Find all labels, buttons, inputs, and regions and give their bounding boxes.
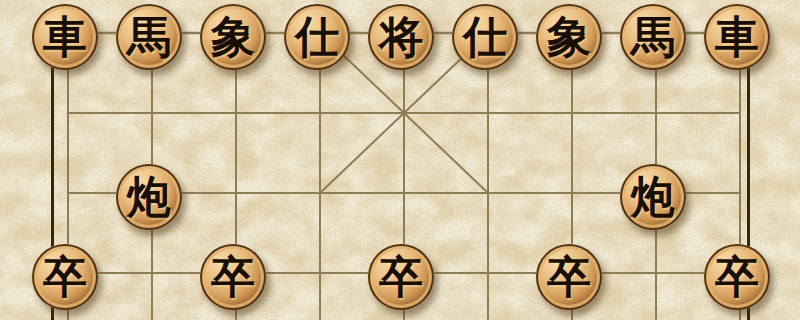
piece-soldier[interactable]: 卒 (32, 244, 98, 310)
piece-glyph: 卒 (211, 255, 255, 299)
piece-glyph: 卒 (547, 255, 591, 299)
piece-horse[interactable]: 馬 (116, 4, 182, 70)
piece-advisor[interactable]: 仕 (284, 4, 350, 70)
piece-soldier[interactable]: 卒 (704, 244, 770, 310)
piece-glyph: 卒 (43, 255, 87, 299)
piece-glyph: 馬 (631, 15, 675, 59)
piece-soldier[interactable]: 卒 (368, 244, 434, 310)
piece-general[interactable]: 将 (368, 4, 434, 70)
piece-glyph: 車 (715, 15, 759, 59)
piece-glyph: 将 (379, 15, 423, 59)
piece-chariot[interactable]: 車 (704, 4, 770, 70)
piece-glyph: 車 (43, 15, 87, 59)
piece-layer: 車馬象仕将仕象馬車炮炮卒卒卒卒卒 (26, 0, 782, 320)
piece-elephant[interactable]: 象 (200, 4, 266, 70)
piece-soldier[interactable]: 卒 (536, 244, 602, 310)
piece-glyph: 仕 (295, 15, 339, 59)
piece-horse[interactable]: 馬 (620, 4, 686, 70)
piece-elephant[interactable]: 象 (536, 4, 602, 70)
piece-advisor[interactable]: 仕 (452, 4, 518, 70)
piece-cannon[interactable]: 炮 (116, 164, 182, 230)
piece-glyph: 象 (547, 15, 591, 59)
piece-glyph: 馬 (127, 15, 171, 59)
piece-cannon[interactable]: 炮 (620, 164, 686, 230)
piece-glyph: 象 (211, 15, 255, 59)
piece-soldier[interactable]: 卒 (200, 244, 266, 310)
xiangqi-board[interactable]: 車馬象仕将仕象馬車炮炮卒卒卒卒卒 (0, 0, 800, 320)
piece-chariot[interactable]: 車 (32, 4, 98, 70)
piece-glyph: 卒 (379, 255, 423, 299)
piece-glyph: 炮 (127, 175, 171, 219)
piece-glyph: 炮 (631, 175, 675, 219)
piece-glyph: 仕 (463, 15, 507, 59)
piece-glyph: 卒 (715, 255, 759, 299)
